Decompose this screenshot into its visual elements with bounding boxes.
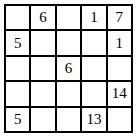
cell-r5c3[interactable] [57, 108, 80, 131]
cell-r4c4[interactable] [82, 82, 105, 105]
cell-r3c1[interactable] [6, 57, 29, 80]
cell-r4c3[interactable] [57, 82, 80, 105]
cell-r4c5[interactable]: 14 [108, 82, 131, 105]
cell-r3c3[interactable]: 6 [57, 57, 80, 80]
cell-r1c3[interactable] [57, 6, 80, 29]
cell-r2c5[interactable]: 1 [108, 31, 131, 54]
cell-r4c1[interactable] [6, 82, 29, 105]
cell-r2c4[interactable] [82, 31, 105, 54]
cell-r3c5[interactable] [108, 57, 131, 80]
puzzle-board: 6 1 7 5 1 6 14 5 13 [4, 4, 133, 133]
cell-r3c4[interactable] [82, 57, 105, 80]
cell-r5c2[interactable] [31, 108, 54, 131]
cell-r1c5[interactable]: 7 [108, 6, 131, 29]
cell-r5c5[interactable] [108, 108, 131, 131]
cell-r1c4[interactable]: 1 [82, 6, 105, 29]
cell-r3c2[interactable] [31, 57, 54, 80]
cell-r5c4[interactable]: 13 [82, 108, 105, 131]
cell-r2c1[interactable]: 5 [6, 31, 29, 54]
cell-r1c1[interactable] [6, 6, 29, 29]
cell-r5c1[interactable]: 5 [6, 108, 29, 131]
cell-r2c3[interactable] [57, 31, 80, 54]
cell-r1c2[interactable]: 6 [31, 6, 54, 29]
cell-r4c2[interactable] [31, 82, 54, 105]
cell-r2c2[interactable] [31, 31, 54, 54]
